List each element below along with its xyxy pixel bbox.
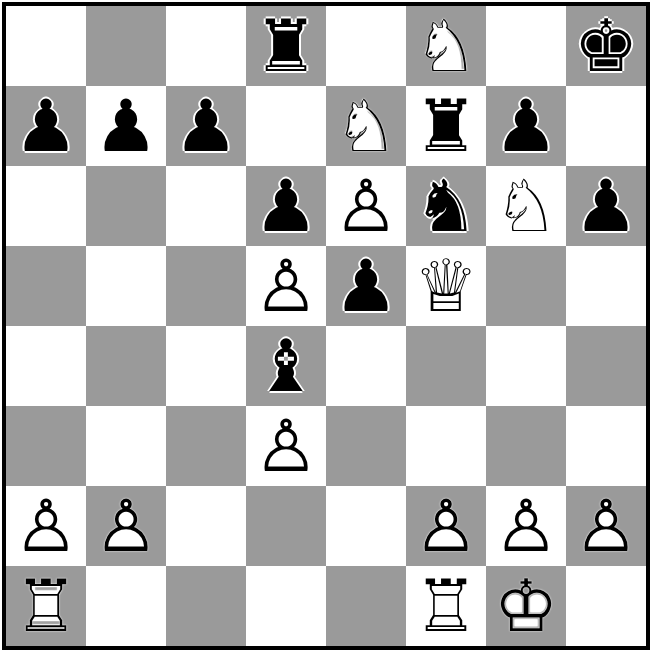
square-f3[interactable] (406, 406, 486, 486)
square-c7[interactable]: ♟ (166, 86, 246, 166)
square-b8[interactable] (86, 6, 166, 86)
square-g2[interactable]: ♟♙ (486, 486, 566, 566)
square-d3[interactable]: ♟♙ (246, 406, 326, 486)
piece-black-pawn[interactable]: ♟ (86, 86, 166, 166)
piece-white-rook[interactable]: ♖ (6, 566, 86, 646)
square-h2[interactable]: ♟♙ (566, 486, 646, 566)
square-g3[interactable] (486, 406, 566, 486)
square-a3[interactable] (6, 406, 86, 486)
square-f7[interactable]: ♜ (406, 86, 486, 166)
piece-black-pawn[interactable]: ♟ (566, 166, 646, 246)
piece-black-pawn[interactable]: ♟ (246, 166, 326, 246)
square-c4[interactable] (166, 326, 246, 406)
square-h5[interactable] (566, 246, 646, 326)
square-a1[interactable]: ♜♖ (6, 566, 86, 646)
piece-white-knight[interactable]: ♘ (326, 86, 406, 166)
square-h6[interactable]: ♟ (566, 166, 646, 246)
square-d5[interactable]: ♟♙ (246, 246, 326, 326)
square-e7[interactable]: ♞♘ (326, 86, 406, 166)
square-e1[interactable] (326, 566, 406, 646)
piece-black-pawn[interactable]: ♟ (486, 86, 566, 166)
square-f5[interactable]: ♛♕ (406, 246, 486, 326)
square-f6[interactable]: ♞ (406, 166, 486, 246)
piece-white-rook[interactable]: ♖ (406, 566, 486, 646)
square-e8[interactable] (326, 6, 406, 86)
square-e3[interactable] (326, 406, 406, 486)
square-g6[interactable]: ♞♘ (486, 166, 566, 246)
piece-black-pawn[interactable]: ♟ (326, 246, 406, 326)
piece-black-knight[interactable]: ♞ (406, 166, 486, 246)
square-c6[interactable] (166, 166, 246, 246)
square-d6[interactable]: ♟ (246, 166, 326, 246)
piece-white-pawn[interactable]: ♙ (86, 486, 166, 566)
square-d7[interactable] (246, 86, 326, 166)
piece-white-pawn[interactable]: ♙ (486, 486, 566, 566)
chess-board: ♜♞♘♚♟♟♟♞♘♜♟♟♟♙♞♞♘♟♟♙♟♛♕♝♟♙♟♙♟♙♟♙♟♙♟♙♜♖♜♖… (2, 2, 650, 650)
square-a8[interactable] (6, 6, 86, 86)
square-b5[interactable] (86, 246, 166, 326)
piece-white-pawn[interactable]: ♙ (246, 246, 326, 326)
piece-white-king[interactable]: ♔ (486, 566, 566, 646)
piece-white-pawn[interactable]: ♙ (566, 486, 646, 566)
square-h3[interactable] (566, 406, 646, 486)
square-d2[interactable] (246, 486, 326, 566)
square-a6[interactable] (6, 166, 86, 246)
square-h1[interactable] (566, 566, 646, 646)
square-b6[interactable] (86, 166, 166, 246)
square-a7[interactable]: ♟ (6, 86, 86, 166)
square-a2[interactable]: ♟♙ (6, 486, 86, 566)
piece-black-bishop[interactable]: ♝ (246, 326, 326, 406)
square-b3[interactable] (86, 406, 166, 486)
square-a5[interactable] (6, 246, 86, 326)
square-a4[interactable] (6, 326, 86, 406)
piece-white-pawn[interactable]: ♙ (406, 486, 486, 566)
square-h7[interactable] (566, 86, 646, 166)
square-e6[interactable]: ♟♙ (326, 166, 406, 246)
square-c5[interactable] (166, 246, 246, 326)
square-g1[interactable]: ♚♔ (486, 566, 566, 646)
square-b7[interactable]: ♟ (86, 86, 166, 166)
square-f4[interactable] (406, 326, 486, 406)
square-d4[interactable]: ♝ (246, 326, 326, 406)
square-e2[interactable] (326, 486, 406, 566)
square-c2[interactable] (166, 486, 246, 566)
square-b1[interactable] (86, 566, 166, 646)
square-h8[interactable]: ♚ (566, 6, 646, 86)
square-e5[interactable]: ♟ (326, 246, 406, 326)
piece-white-knight[interactable]: ♘ (406, 6, 486, 86)
square-g4[interactable] (486, 326, 566, 406)
square-d8[interactable]: ♜ (246, 6, 326, 86)
piece-white-pawn[interactable]: ♙ (326, 166, 406, 246)
square-f2[interactable]: ♟♙ (406, 486, 486, 566)
square-c8[interactable] (166, 6, 246, 86)
piece-black-rook[interactable]: ♜ (246, 6, 326, 86)
square-g7[interactable]: ♟ (486, 86, 566, 166)
piece-black-rook[interactable]: ♜ (406, 86, 486, 166)
piece-black-pawn[interactable]: ♟ (166, 86, 246, 166)
square-b4[interactable] (86, 326, 166, 406)
square-c1[interactable] (166, 566, 246, 646)
piece-white-pawn[interactable]: ♙ (6, 486, 86, 566)
square-d1[interactable] (246, 566, 326, 646)
square-f1[interactable]: ♜♖ (406, 566, 486, 646)
square-e4[interactable] (326, 326, 406, 406)
piece-white-knight[interactable]: ♘ (486, 166, 566, 246)
square-h4[interactable] (566, 326, 646, 406)
square-b2[interactable]: ♟♙ (86, 486, 166, 566)
piece-black-pawn[interactable]: ♟ (6, 86, 86, 166)
piece-white-pawn[interactable]: ♙ (246, 406, 326, 486)
square-c3[interactable] (166, 406, 246, 486)
square-g5[interactable] (486, 246, 566, 326)
square-g8[interactable] (486, 6, 566, 86)
piece-black-king[interactable]: ♚ (566, 6, 646, 86)
piece-white-queen[interactable]: ♕ (406, 246, 486, 326)
square-f8[interactable]: ♞♘ (406, 6, 486, 86)
